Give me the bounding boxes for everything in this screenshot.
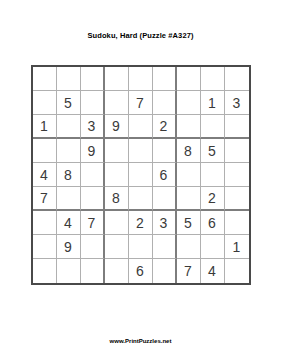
- cell-r5c3[interactable]: [81, 163, 105, 187]
- cell-r8c4[interactable]: [105, 235, 129, 259]
- page-title: Sudoku, Hard (Puzzle #A327): [0, 31, 281, 41]
- cell-r1c7[interactable]: [177, 67, 201, 91]
- cell-r6c6[interactable]: [153, 187, 177, 211]
- cell-r7c9[interactable]: [225, 211, 249, 235]
- cell-r9c1[interactable]: [33, 259, 57, 283]
- footer-url: www.PrintPuzzles.net: [0, 338, 281, 345]
- cell-r5c2[interactable]: 8: [57, 163, 81, 187]
- cell-r9c4[interactable]: [105, 259, 129, 283]
- cell-r7c2[interactable]: 4: [57, 211, 81, 235]
- cell-r1c1[interactable]: [33, 67, 57, 91]
- cell-r4c9[interactable]: [225, 139, 249, 163]
- cell-r1c2[interactable]: [57, 67, 81, 91]
- cell-r6c8[interactable]: 2: [201, 187, 225, 211]
- cell-r4c4[interactable]: [105, 139, 129, 163]
- cell-r7c3[interactable]: 7: [81, 211, 105, 235]
- cell-r6c3[interactable]: [81, 187, 105, 211]
- cell-r4c6[interactable]: [153, 139, 177, 163]
- cell-r7c8[interactable]: 6: [201, 211, 225, 235]
- cell-r1c5[interactable]: [129, 67, 153, 91]
- cell-r6c9[interactable]: [225, 187, 249, 211]
- cell-r4c3[interactable]: 9: [81, 139, 105, 163]
- cell-r5c8[interactable]: [201, 163, 225, 187]
- cell-r2c5[interactable]: 7: [129, 91, 153, 115]
- cell-r8c5[interactable]: [129, 235, 153, 259]
- cell-r4c1[interactable]: [33, 139, 57, 163]
- cell-r6c1[interactable]: 7: [33, 187, 57, 211]
- cell-r5c7[interactable]: [177, 163, 201, 187]
- cell-r4c5[interactable]: [129, 139, 153, 163]
- cell-r9c3[interactable]: [81, 259, 105, 283]
- cell-r5c6[interactable]: 6: [153, 163, 177, 187]
- cell-r2c3[interactable]: [81, 91, 105, 115]
- cell-r5c4[interactable]: [105, 163, 129, 187]
- cell-r3c7[interactable]: [177, 115, 201, 139]
- cell-r6c4[interactable]: 8: [105, 187, 129, 211]
- cell-r5c9[interactable]: [225, 163, 249, 187]
- cell-r2c6[interactable]: [153, 91, 177, 115]
- sudoku-page: Sudoku, Hard (Puzzle #A327) 571313929854…: [0, 0, 281, 363]
- cell-r3c3[interactable]: 3: [81, 115, 105, 139]
- cell-r2c8[interactable]: 1: [201, 91, 225, 115]
- cell-r3c2[interactable]: [57, 115, 81, 139]
- cell-r2c4[interactable]: [105, 91, 129, 115]
- cell-r3c5[interactable]: [129, 115, 153, 139]
- cell-r9c5[interactable]: 6: [129, 259, 153, 283]
- cell-r5c5[interactable]: [129, 163, 153, 187]
- cell-r2c2[interactable]: 5: [57, 91, 81, 115]
- cell-r9c8[interactable]: 4: [201, 259, 225, 283]
- cell-r8c3[interactable]: [81, 235, 105, 259]
- cell-r6c5[interactable]: [129, 187, 153, 211]
- cell-r8c6[interactable]: [153, 235, 177, 259]
- cell-r7c6[interactable]: 3: [153, 211, 177, 235]
- cell-r9c7[interactable]: 7: [177, 259, 201, 283]
- cell-r3c9[interactable]: [225, 115, 249, 139]
- cell-r9c9[interactable]: [225, 259, 249, 283]
- cell-r9c2[interactable]: [57, 259, 81, 283]
- cell-r2c7[interactable]: [177, 91, 201, 115]
- cell-r4c8[interactable]: 5: [201, 139, 225, 163]
- cell-r3c1[interactable]: 1: [33, 115, 57, 139]
- sudoku-grid: 5713139298548678247235691674: [31, 65, 251, 285]
- cell-r8c2[interactable]: 9: [57, 235, 81, 259]
- cell-r9c6[interactable]: [153, 259, 177, 283]
- cell-r2c9[interactable]: 3: [225, 91, 249, 115]
- cell-r8c8[interactable]: [201, 235, 225, 259]
- cell-r1c8[interactable]: [201, 67, 225, 91]
- cell-r2c1[interactable]: [33, 91, 57, 115]
- cell-r5c1[interactable]: 4: [33, 163, 57, 187]
- cell-r4c7[interactable]: 8: [177, 139, 201, 163]
- cell-r3c8[interactable]: [201, 115, 225, 139]
- cell-r1c4[interactable]: [105, 67, 129, 91]
- cell-r8c7[interactable]: [177, 235, 201, 259]
- cell-r6c2[interactable]: [57, 187, 81, 211]
- cell-r1c9[interactable]: [225, 67, 249, 91]
- cell-r7c4[interactable]: [105, 211, 129, 235]
- cell-r6c7[interactable]: [177, 187, 201, 211]
- cell-r4c2[interactable]: [57, 139, 81, 163]
- cell-r7c7[interactable]: 5: [177, 211, 201, 235]
- cell-r3c4[interactable]: 9: [105, 115, 129, 139]
- cell-r8c9[interactable]: 1: [225, 235, 249, 259]
- cell-r3c6[interactable]: 2: [153, 115, 177, 139]
- cell-r1c6[interactable]: [153, 67, 177, 91]
- cell-r7c5[interactable]: 2: [129, 211, 153, 235]
- cell-r8c1[interactable]: [33, 235, 57, 259]
- cell-r1c3[interactable]: [81, 67, 105, 91]
- cell-r7c1[interactable]: [33, 211, 57, 235]
